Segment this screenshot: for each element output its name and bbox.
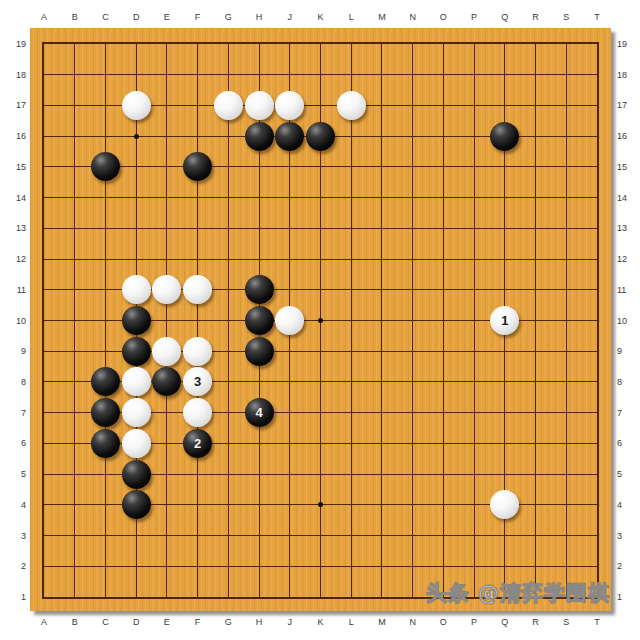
stone-white-F7 bbox=[183, 398, 212, 427]
star-point-K10 bbox=[318, 318, 323, 323]
coord-bottom-F: F bbox=[188, 616, 208, 628]
coord-bottom-L: L bbox=[341, 616, 361, 628]
stone-black-J16 bbox=[275, 122, 304, 151]
coord-right-17: 17 bbox=[617, 99, 639, 111]
coord-left-14: 14 bbox=[4, 192, 26, 204]
coord-left-17: 17 bbox=[4, 99, 26, 111]
coord-top-D: D bbox=[126, 11, 146, 23]
coord-left-13: 13 bbox=[4, 222, 26, 234]
coord-bottom-D: D bbox=[126, 616, 146, 628]
grid-line-vertical bbox=[535, 44, 536, 597]
coord-bottom-S: S bbox=[556, 616, 576, 628]
coord-bottom-P: P bbox=[464, 616, 484, 628]
coord-right-10: 10 bbox=[617, 315, 639, 327]
grid-line-vertical bbox=[351, 44, 352, 597]
coord-top-C: C bbox=[95, 11, 115, 23]
go-board: 1342 头条 @清弈学围棋 bbox=[30, 28, 611, 611]
coord-bottom-J: J bbox=[280, 616, 300, 628]
coord-left-18: 18 bbox=[4, 69, 26, 81]
coord-right-7: 7 bbox=[617, 407, 639, 419]
stone-white-F8: 3 bbox=[183, 367, 212, 396]
coord-top-R: R bbox=[526, 11, 546, 23]
move-number-1: 1 bbox=[501, 314, 508, 327]
star-point-D16 bbox=[134, 134, 139, 139]
stone-black-E8 bbox=[152, 367, 181, 396]
coord-top-S: S bbox=[556, 11, 576, 23]
stone-white-D6 bbox=[122, 429, 151, 458]
coord-bottom-G: G bbox=[218, 616, 238, 628]
coord-left-3: 3 bbox=[4, 530, 26, 542]
stone-black-C15 bbox=[91, 152, 120, 181]
coord-top-G: G bbox=[218, 11, 238, 23]
coord-right-2: 2 bbox=[617, 560, 639, 572]
grid-line-vertical bbox=[566, 44, 567, 597]
board-grid: 1342 bbox=[42, 42, 599, 599]
stone-black-D10 bbox=[122, 306, 151, 335]
stone-white-Q10: 1 bbox=[490, 306, 519, 335]
coord-bottom-E: E bbox=[157, 616, 177, 628]
coord-top-K: K bbox=[311, 11, 331, 23]
coord-bottom-O: O bbox=[433, 616, 453, 628]
stone-white-F11 bbox=[183, 275, 212, 304]
stone-black-D4 bbox=[122, 490, 151, 519]
stone-black-H16 bbox=[245, 122, 274, 151]
stone-white-J17 bbox=[275, 91, 304, 120]
coord-bottom-H: H bbox=[249, 616, 269, 628]
stone-white-D11 bbox=[122, 275, 151, 304]
stone-black-F6: 2 bbox=[183, 429, 212, 458]
coord-top-P: P bbox=[464, 11, 484, 23]
coord-right-16: 16 bbox=[617, 130, 639, 142]
coord-left-19: 19 bbox=[4, 38, 26, 50]
coord-top-O: O bbox=[433, 11, 453, 23]
coord-bottom-Q: Q bbox=[495, 616, 515, 628]
stone-white-E11 bbox=[152, 275, 181, 304]
coord-top-J: J bbox=[280, 11, 300, 23]
coord-right-15: 15 bbox=[617, 161, 639, 173]
stone-black-H9 bbox=[245, 337, 274, 366]
stone-white-Q4 bbox=[490, 490, 519, 519]
coord-left-10: 10 bbox=[4, 315, 26, 327]
coord-bottom-K: K bbox=[311, 616, 331, 628]
coord-left-6: 6 bbox=[4, 437, 26, 449]
stone-white-H17 bbox=[245, 91, 274, 120]
move-number-2: 2 bbox=[194, 437, 201, 450]
coord-right-3: 3 bbox=[617, 530, 639, 542]
stone-black-C7 bbox=[91, 398, 120, 427]
coord-top-B: B bbox=[65, 11, 85, 23]
grid-line-vertical bbox=[443, 44, 444, 597]
coord-right-4: 4 bbox=[617, 499, 639, 511]
coord-right-12: 12 bbox=[617, 253, 639, 265]
stone-white-E9 bbox=[152, 337, 181, 366]
stone-white-J10 bbox=[275, 306, 304, 335]
coord-right-5: 5 bbox=[617, 468, 639, 480]
stone-black-H10 bbox=[245, 306, 274, 335]
coord-right-19: 19 bbox=[617, 38, 639, 50]
stone-white-G17 bbox=[214, 91, 243, 120]
coord-right-9: 9 bbox=[617, 345, 639, 357]
move-number-3: 3 bbox=[194, 375, 201, 388]
stone-white-D7 bbox=[122, 398, 151, 427]
coord-left-1: 1 bbox=[4, 591, 26, 603]
coord-top-A: A bbox=[34, 11, 54, 23]
grid-line-vertical bbox=[474, 44, 475, 597]
coord-left-8: 8 bbox=[4, 376, 26, 388]
stone-black-C8 bbox=[91, 367, 120, 396]
coord-top-T: T bbox=[587, 11, 607, 23]
coord-right-14: 14 bbox=[617, 192, 639, 204]
coord-top-E: E bbox=[157, 11, 177, 23]
coord-left-9: 9 bbox=[4, 345, 26, 357]
coord-right-6: 6 bbox=[617, 437, 639, 449]
grid-line-vertical bbox=[412, 44, 413, 597]
coord-right-13: 13 bbox=[617, 222, 639, 234]
coord-left-4: 4 bbox=[4, 499, 26, 511]
coord-top-H: H bbox=[249, 11, 269, 23]
stone-black-Q16 bbox=[490, 122, 519, 151]
grid-line-vertical bbox=[381, 44, 382, 597]
coord-top-Q: Q bbox=[495, 11, 515, 23]
stone-black-C6 bbox=[91, 429, 120, 458]
grid-line-horizontal bbox=[44, 566, 597, 567]
coord-left-11: 11 bbox=[4, 284, 26, 296]
coord-right-18: 18 bbox=[617, 69, 639, 81]
coord-top-L: L bbox=[341, 11, 361, 23]
watermark: 头条 @清弈学围棋 bbox=[426, 579, 610, 607]
coord-top-F: F bbox=[188, 11, 208, 23]
coord-right-8: 8 bbox=[617, 376, 639, 388]
coord-bottom-M: M bbox=[372, 616, 392, 628]
grid-line-horizontal bbox=[44, 535, 597, 536]
coord-right-11: 11 bbox=[617, 284, 639, 296]
coord-bottom-B: B bbox=[65, 616, 85, 628]
move-number-4: 4 bbox=[255, 406, 262, 419]
coord-bottom-A: A bbox=[34, 616, 54, 628]
coord-top-M: M bbox=[372, 11, 392, 23]
coord-left-15: 15 bbox=[4, 161, 26, 173]
stone-black-H11 bbox=[245, 275, 274, 304]
coord-left-12: 12 bbox=[4, 253, 26, 265]
stone-black-K16 bbox=[306, 122, 335, 151]
coord-left-16: 16 bbox=[4, 130, 26, 142]
coord-bottom-N: N bbox=[403, 616, 423, 628]
stone-white-D17 bbox=[122, 91, 151, 120]
stone-white-L17 bbox=[337, 91, 366, 120]
stone-white-D8 bbox=[122, 367, 151, 396]
stone-white-F9 bbox=[183, 337, 212, 366]
coord-left-2: 2 bbox=[4, 560, 26, 572]
star-point-K4 bbox=[318, 502, 323, 507]
coord-bottom-C: C bbox=[95, 616, 115, 628]
coord-bottom-R: R bbox=[526, 616, 546, 628]
coord-left-5: 5 bbox=[4, 468, 26, 480]
coord-bottom-T: T bbox=[587, 616, 607, 628]
stone-black-D9 bbox=[122, 337, 151, 366]
stone-black-D5 bbox=[122, 460, 151, 489]
coord-right-1: 1 bbox=[617, 591, 639, 603]
stone-black-F15 bbox=[183, 152, 212, 181]
stone-black-H7: 4 bbox=[245, 398, 274, 427]
coord-top-N: N bbox=[403, 11, 423, 23]
coord-left-7: 7 bbox=[4, 407, 26, 419]
page: 1342 头条 @清弈学围棋 AABBCCDDEEFFGGHHJJKKLLMMN… bbox=[0, 0, 640, 640]
